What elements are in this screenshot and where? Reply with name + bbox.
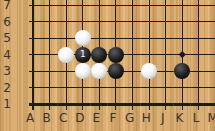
column-label-G: G	[125, 112, 134, 124]
intersection-D3[interactable]	[74, 63, 91, 80]
intersection-H2[interactable]	[141, 79, 158, 96]
intersection-B6[interactable]	[41, 13, 58, 30]
intersection-J4[interactable]	[157, 46, 174, 63]
intersection-F2[interactable]	[108, 79, 125, 96]
stone-white-H3	[141, 63, 157, 79]
stone-white-D5	[75, 30, 91, 46]
intersection-G7[interactable]	[124, 0, 141, 13]
intersection-J2[interactable]	[157, 79, 174, 96]
row-label-2: 2	[3, 82, 11, 94]
intersection-E4[interactable]	[91, 46, 108, 63]
intersection-C5[interactable]	[58, 30, 75, 47]
intersection-L7[interactable]	[191, 0, 208, 13]
intersection-A6[interactable]	[25, 13, 42, 30]
intersection-M7[interactable]	[207, 0, 215, 13]
row-label-7: 7	[3, 0, 11, 11]
intersection-F7[interactable]	[108, 0, 125, 13]
intersection-B3[interactable]	[41, 63, 58, 80]
intersection-M3[interactable]	[207, 63, 215, 80]
intersection-G4[interactable]	[124, 46, 141, 63]
column-label-L: L	[193, 112, 200, 124]
intersection-A2[interactable]	[25, 79, 42, 96]
intersection-J5[interactable]	[157, 30, 174, 47]
intersection-F5[interactable]	[108, 30, 125, 47]
intersection-B4[interactable]	[41, 46, 58, 63]
row-label-1: 1	[3, 98, 11, 110]
intersection-H4[interactable]	[141, 46, 158, 63]
stone-black-D4: 1	[75, 47, 91, 63]
intersection-K6[interactable]	[174, 13, 191, 30]
intersection-L5[interactable]	[191, 30, 208, 47]
column-label-H: H	[142, 112, 151, 124]
intersection-L3[interactable]	[191, 63, 208, 80]
intersection-B2[interactable]	[41, 79, 58, 96]
stone-black-E4	[91, 47, 107, 63]
intersection-F4[interactable]	[108, 46, 125, 63]
intersection-G2[interactable]	[124, 79, 141, 96]
stone-black-F4	[108, 47, 124, 63]
go-board: 1 7654321 ABCDEFGHJKLM	[0, 0, 215, 131]
intersection-A7[interactable]	[25, 0, 42, 13]
intersection-J6[interactable]	[157, 13, 174, 30]
go-board-grid: 1	[25, 0, 215, 112]
intersection-E7[interactable]	[91, 0, 108, 13]
intersection-K5[interactable]	[174, 30, 191, 47]
stone-white-E3	[91, 63, 107, 79]
stone-white-C4	[58, 47, 74, 63]
intersection-L6[interactable]	[191, 13, 208, 30]
row-label-3: 3	[3, 65, 11, 77]
intersection-J7[interactable]	[157, 0, 174, 13]
intersection-E3[interactable]	[91, 63, 108, 80]
intersection-G3[interactable]	[124, 63, 141, 80]
column-label-K: K	[175, 112, 183, 124]
intersection-G6[interactable]	[124, 13, 141, 30]
intersection-H3[interactable]	[141, 63, 158, 80]
intersection-E2[interactable]	[91, 79, 108, 96]
intersection-L4[interactable]	[191, 46, 208, 63]
row-label-6: 6	[3, 16, 11, 28]
intersection-C4[interactable]	[58, 46, 75, 63]
column-label-C: C	[59, 112, 67, 124]
row-label-4: 4	[3, 49, 11, 61]
stone-white-D3	[75, 63, 91, 79]
intersection-H6[interactable]	[141, 13, 158, 30]
intersection-C7[interactable]	[58, 0, 75, 13]
column-label-A: A	[26, 112, 34, 124]
column-label-B: B	[42, 112, 50, 124]
column-label-D: D	[75, 112, 84, 124]
intersection-B7[interactable]	[41, 0, 58, 13]
intersection-E5[interactable]	[91, 30, 108, 47]
intersection-D2[interactable]	[74, 79, 91, 96]
intersection-K3[interactable]	[174, 63, 191, 80]
move-number-label: 1	[80, 50, 86, 59]
intersection-K2[interactable]	[174, 79, 191, 96]
intersection-C3[interactable]	[58, 63, 75, 80]
intersection-D4[interactable]: 1	[74, 46, 91, 63]
intersection-D5[interactable]	[74, 30, 91, 47]
intersection-J1[interactable]	[157, 96, 174, 113]
intersection-A5[interactable]	[25, 30, 42, 47]
intersection-A4[interactable]	[25, 46, 42, 63]
intersection-M2[interactable]	[207, 79, 215, 96]
column-label-E: E	[93, 112, 101, 124]
intersection-E6[interactable]	[91, 13, 108, 30]
intersection-D6[interactable]	[74, 13, 91, 30]
intersection-F6[interactable]	[108, 13, 125, 30]
intersection-D7[interactable]	[74, 0, 91, 13]
column-label-M: M	[207, 112, 215, 124]
intersection-K7[interactable]	[174, 0, 191, 13]
column-label-F: F	[110, 112, 117, 124]
star-point-K4	[179, 51, 185, 57]
intersection-C2[interactable]	[58, 79, 75, 96]
intersection-C6[interactable]	[58, 13, 75, 30]
row-label-5: 5	[3, 32, 11, 44]
intersection-M6[interactable]	[207, 13, 215, 30]
intersection-H5[interactable]	[141, 30, 158, 47]
intersection-M4[interactable]	[207, 46, 215, 63]
stone-black-F3	[108, 63, 124, 79]
intersection-B5[interactable]	[41, 30, 58, 47]
intersection-K4[interactable]	[174, 46, 191, 63]
stone-black-K3	[174, 63, 190, 79]
intersection-G5[interactable]	[124, 30, 141, 47]
intersection-A3[interactable]	[25, 63, 42, 80]
intersection-F3[interactable]	[108, 63, 125, 80]
intersection-H7[interactable]	[141, 0, 158, 13]
column-label-J: J	[161, 112, 165, 124]
intersection-J3[interactable]	[157, 63, 174, 80]
intersection-M5[interactable]	[207, 30, 215, 47]
intersection-L2[interactable]	[191, 79, 208, 96]
